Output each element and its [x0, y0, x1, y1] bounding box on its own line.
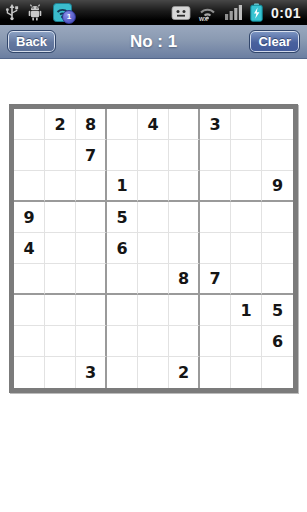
sudoku-cell-r1c9[interactable]	[262, 109, 293, 140]
sudoku-cell-r5c7[interactable]	[200, 233, 231, 264]
sudoku-cell-r4c5[interactable]	[138, 202, 169, 233]
sudoku-cell-r9c2[interactable]	[45, 357, 76, 388]
sudoku-cell-r1c8[interactable]	[231, 109, 262, 140]
sudoku-cell-r9c1[interactable]	[14, 357, 45, 388]
sudoku-cell-r5c8[interactable]	[231, 233, 262, 264]
sudoku-cell-r8c3[interactable]	[76, 326, 107, 357]
sudoku-cell-r9c3[interactable]: 3	[76, 357, 107, 388]
sudoku-cell-r4c8[interactable]	[231, 202, 262, 233]
sudoku-cell-r7c5[interactable]	[138, 295, 169, 326]
notification-badge: 1	[62, 10, 76, 24]
sudoku-cell-r8c9[interactable]: 6	[262, 326, 293, 357]
sudoku-cell-r3c5[interactable]	[138, 171, 169, 202]
sudoku-cell-r5c5[interactable]	[138, 233, 169, 264]
sudoku-cell-r1c7[interactable]: 3	[200, 109, 231, 140]
sudoku-cell-r5c9[interactable]	[262, 233, 293, 264]
sudoku-cell-r3c2[interactable]	[45, 171, 76, 202]
sudoku-cell-r2c3[interactable]: 7	[76, 140, 107, 171]
sudoku-cell-r9c9[interactable]	[262, 357, 293, 388]
sudoku-cell-r3c1[interactable]	[14, 171, 45, 202]
sudoku-cell-r7c2[interactable]	[45, 295, 76, 326]
sudoku-cell-r2c5[interactable]	[138, 140, 169, 171]
sudoku-cell-r7c8[interactable]: 1	[231, 295, 262, 326]
wifi-wx-icon: wx	[197, 4, 218, 22]
sudoku-cell-r8c1[interactable]	[14, 326, 45, 357]
sudoku-cell-r3c8[interactable]	[231, 171, 262, 202]
sudoku-cell-r6c5[interactable]	[138, 264, 169, 295]
sudoku-cell-r7c7[interactable]	[200, 295, 231, 326]
sudoku-cell-r6c2[interactable]	[45, 264, 76, 295]
sudoku-cell-r7c3[interactable]	[76, 295, 107, 326]
wifi-wx-label: wx	[198, 15, 208, 22]
sudoku-cell-r2c2[interactable]	[45, 140, 76, 171]
clock-time: 0:01	[271, 5, 301, 21]
android-robot-icon	[26, 3, 44, 22]
sudoku-cell-r2c6[interactable]	[169, 140, 200, 171]
sudoku-cell-r1c5[interactable]: 4	[138, 109, 169, 140]
sudoku-cell-r9c6[interactable]: 2	[169, 357, 200, 388]
sudoku-cell-r3c9[interactable]: 9	[262, 171, 293, 202]
sudoku-cell-r9c8[interactable]	[231, 357, 262, 388]
sudoku-cell-r4c9[interactable]	[262, 202, 293, 233]
sudoku-grid: 284371995468715632	[14, 109, 293, 388]
sudoku-cell-r6c6[interactable]: 8	[169, 264, 200, 295]
sudoku-cell-r1c6[interactable]	[169, 109, 200, 140]
sudoku-board: 284371995468715632	[9, 104, 298, 393]
sudoku-cell-r4c1[interactable]: 9	[14, 202, 45, 233]
sudoku-cell-r2c9[interactable]	[262, 140, 293, 171]
sudoku-cell-r5c3[interactable]	[76, 233, 107, 264]
sudoku-cell-r9c4[interactable]	[107, 357, 138, 388]
sudoku-cell-r4c3[interactable]	[76, 202, 107, 233]
sudoku-cell-r7c9[interactable]: 5	[262, 295, 293, 326]
usb-icon	[4, 3, 20, 22]
sudoku-cell-r5c4[interactable]: 6	[107, 233, 138, 264]
clear-button[interactable]: Clear	[249, 30, 300, 53]
wifi-notification-icon: 1	[50, 2, 74, 23]
back-button[interactable]: Back	[7, 30, 56, 53]
sudoku-cell-r5c1[interactable]: 4	[14, 233, 45, 264]
sudoku-cell-r7c4[interactable]	[107, 295, 138, 326]
sudoku-cell-r2c8[interactable]	[231, 140, 262, 171]
title-bar: Back No : 1 Clear	[0, 25, 307, 59]
sudoku-cell-r4c6[interactable]	[169, 202, 200, 233]
sudoku-cell-r8c5[interactable]	[138, 326, 169, 357]
sudoku-cell-r2c1[interactable]	[14, 140, 45, 171]
sudoku-cell-r1c1[interactable]	[14, 109, 45, 140]
sudoku-cell-r7c6[interactable]	[169, 295, 200, 326]
sudoku-cell-r1c4[interactable]	[107, 109, 138, 140]
status-bar-left: 1	[4, 2, 74, 23]
sudoku-cell-r6c3[interactable]	[76, 264, 107, 295]
sudoku-cell-r8c4[interactable]	[107, 326, 138, 357]
sudoku-cell-r8c2[interactable]	[45, 326, 76, 357]
sudoku-cell-r1c3[interactable]: 8	[76, 109, 107, 140]
sudoku-cell-r8c7[interactable]	[200, 326, 231, 357]
sudoku-cell-r5c2[interactable]	[45, 233, 76, 264]
sudoku-cell-r3c4[interactable]: 1	[107, 171, 138, 202]
sudoku-cell-r6c1[interactable]	[14, 264, 45, 295]
sudoku-cell-r9c7[interactable]	[200, 357, 231, 388]
sudoku-cell-r4c4[interactable]: 5	[107, 202, 138, 233]
sudoku-cell-r8c8[interactable]	[231, 326, 262, 357]
usb-debug-face-icon	[171, 5, 191, 21]
battery-charging-icon	[250, 3, 263, 22]
sudoku-cell-r7c1[interactable]	[14, 295, 45, 326]
sudoku-cell-r2c4[interactable]	[107, 140, 138, 171]
sudoku-cell-r6c9[interactable]	[262, 264, 293, 295]
sudoku-cell-r9c5[interactable]	[138, 357, 169, 388]
sudoku-cell-r3c6[interactable]	[169, 171, 200, 202]
status-bar: 1 wx	[0, 0, 307, 25]
sudoku-cell-r4c2[interactable]	[45, 202, 76, 233]
sudoku-cell-r1c2[interactable]: 2	[45, 109, 76, 140]
sudoku-cell-r6c8[interactable]	[231, 264, 262, 295]
status-bar-right: wx 0:01	[171, 3, 303, 22]
app-screen: 1 wx	[0, 0, 307, 512]
sudoku-cell-r3c3[interactable]	[76, 171, 107, 202]
sudoku-cell-r8c6[interactable]	[169, 326, 200, 357]
sudoku-cell-r5c6[interactable]	[169, 233, 200, 264]
sudoku-cell-r2c7[interactable]	[200, 140, 231, 171]
sudoku-cell-r4c7[interactable]	[200, 202, 231, 233]
sudoku-cell-r3c7[interactable]	[200, 171, 231, 202]
sudoku-cell-r6c7[interactable]: 7	[200, 264, 231, 295]
sudoku-cell-r6c4[interactable]	[107, 264, 138, 295]
signal-bars-icon	[224, 4, 244, 21]
